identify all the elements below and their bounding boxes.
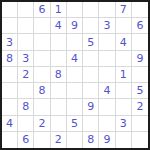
cell-r8c6[interactable] [83,116,99,132]
cell-r4c6[interactable] [83,51,99,67]
cell-r9c2[interactable]: 6 [18,132,34,148]
cell-r2c3[interactable] [34,18,50,34]
cell-r6c8[interactable] [116,83,132,99]
cell-r7c7[interactable] [99,99,115,115]
cell-r1c1[interactable] [2,2,18,18]
cell-r9c7[interactable]: 9 [99,132,115,148]
cell-r6c4[interactable] [51,83,67,99]
cell-r6c7[interactable]: 4 [99,83,115,99]
cell-r9c8[interactable] [116,132,132,148]
cell-r9c6[interactable]: 8 [83,132,99,148]
cell-r6c5[interactable] [67,83,83,99]
cell-r5c3[interactable] [34,67,50,83]
cell-r7c4[interactable] [51,99,67,115]
cell-r7c3[interactable] [34,99,50,115]
cell-r2c4[interactable]: 4 [51,18,67,34]
cell-r6c6[interactable] [83,83,99,99]
cell-r6c2[interactable] [18,83,34,99]
cell-r1c5[interactable] [67,2,83,18]
cell-r3c2[interactable] [18,34,34,50]
cell-r9c9[interactable] [132,132,148,148]
cell-r4c8[interactable] [116,51,132,67]
cell-r2c2[interactable] [18,18,34,34]
cell-r8c5[interactable]: 5 [67,116,83,132]
cell-r4c5[interactable]: 4 [67,51,83,67]
cell-r2c7[interactable]: 3 [99,18,115,34]
cell-r3c7[interactable] [99,34,115,50]
cell-r5c8[interactable]: 1 [116,67,132,83]
cell-r3c8[interactable]: 4 [116,34,132,50]
cell-r6c3[interactable]: 8 [34,83,50,99]
cell-r4c7[interactable] [99,51,115,67]
cell-r5c9[interactable] [132,67,148,83]
cell-r3c6[interactable]: 5 [83,34,99,50]
cell-r5c2[interactable]: 2 [18,67,34,83]
cell-r1c3[interactable]: 6 [34,2,50,18]
cell-r5c5[interactable] [67,67,83,83]
cell-r2c6[interactable] [83,18,99,34]
cell-r9c5[interactable] [67,132,83,148]
cell-r1c9[interactable] [132,2,148,18]
cell-r7c8[interactable] [116,99,132,115]
cell-r8c4[interactable] [51,116,67,132]
cell-r9c4[interactable]: 2 [51,132,67,148]
cell-r8c3[interactable]: 2 [34,116,50,132]
cell-r7c6[interactable]: 9 [83,99,99,115]
cell-r2c1[interactable] [2,18,18,34]
cell-r4c9[interactable]: 9 [132,51,148,67]
cell-r1c8[interactable]: 7 [116,2,132,18]
cell-r4c1[interactable]: 8 [2,51,18,67]
cell-r3c9[interactable] [132,34,148,50]
cell-r2c8[interactable] [116,18,132,34]
cell-r6c9[interactable]: 5 [132,83,148,99]
cell-r5c4[interactable]: 8 [51,67,67,83]
cell-r7c5[interactable] [67,99,83,115]
cell-r1c6[interactable] [83,2,99,18]
cell-r4c3[interactable] [34,51,50,67]
cell-r5c6[interactable] [83,67,99,83]
sudoku-board: 6174936354834928184589242536289 [0,0,150,150]
cell-r4c4[interactable] [51,51,67,67]
cell-r6c1[interactable] [2,83,18,99]
cell-r9c1[interactable] [2,132,18,148]
cell-r2c5[interactable]: 9 [67,18,83,34]
cell-r2c9[interactable]: 6 [132,18,148,34]
cell-r7c1[interactable] [2,99,18,115]
cell-r3c3[interactable] [34,34,50,50]
cell-r8c1[interactable]: 4 [2,116,18,132]
cell-r3c5[interactable] [67,34,83,50]
cell-r7c2[interactable]: 8 [18,99,34,115]
cell-r8c9[interactable] [132,116,148,132]
cell-r9c3[interactable] [34,132,50,148]
cell-r1c2[interactable] [18,2,34,18]
cell-r3c4[interactable] [51,34,67,50]
cell-r4c2[interactable]: 3 [18,51,34,67]
cell-r3c1[interactable]: 3 [2,34,18,50]
cell-r8c8[interactable]: 3 [116,116,132,132]
cell-r7c9[interactable]: 2 [132,99,148,115]
cell-r8c2[interactable] [18,116,34,132]
cell-r5c1[interactable] [2,67,18,83]
cell-r1c7[interactable] [99,2,115,18]
cell-r1c4[interactable]: 1 [51,2,67,18]
cell-r5c7[interactable] [99,67,115,83]
cell-r8c7[interactable] [99,116,115,132]
